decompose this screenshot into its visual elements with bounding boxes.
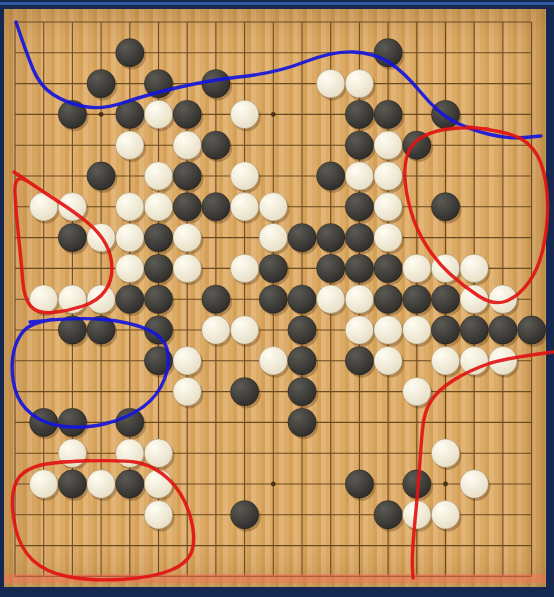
black-stone-c6[interactable] bbox=[58, 408, 86, 436]
white-stone-e11[interactable] bbox=[116, 254, 144, 282]
white-stone-q11[interactable] bbox=[460, 254, 488, 282]
white-stone-m9[interactable] bbox=[345, 316, 373, 344]
white-stone-i9[interactable] bbox=[230, 316, 258, 344]
white-stone-j12[interactable] bbox=[259, 223, 287, 251]
white-stone-n13[interactable] bbox=[374, 193, 402, 221]
hoshi-point bbox=[271, 482, 276, 487]
black-stone-j11[interactable] bbox=[259, 254, 287, 282]
white-stone-e13[interactable] bbox=[116, 193, 144, 221]
hoshi-point bbox=[271, 112, 276, 117]
white-stone-n15[interactable] bbox=[374, 131, 402, 159]
white-stone-o9[interactable] bbox=[403, 316, 431, 344]
black-stone-e18[interactable] bbox=[116, 39, 144, 67]
white-stone-f14[interactable] bbox=[144, 162, 172, 190]
white-stone-m17[interactable] bbox=[345, 69, 373, 97]
black-stone-h13[interactable] bbox=[202, 193, 230, 221]
black-stone-i7[interactable] bbox=[230, 377, 258, 405]
black-stone-j10[interactable] bbox=[259, 285, 287, 313]
black-stone-l14[interactable] bbox=[317, 162, 345, 190]
white-stone-m14[interactable] bbox=[345, 162, 373, 190]
white-stone-o7[interactable] bbox=[403, 377, 431, 405]
black-stone-m15[interactable] bbox=[345, 131, 373, 159]
white-stone-p3[interactable] bbox=[431, 501, 459, 529]
white-stone-g8[interactable] bbox=[173, 347, 201, 375]
black-stone-m11[interactable] bbox=[345, 254, 373, 282]
black-stone-n16[interactable] bbox=[374, 100, 402, 128]
black-stone-e6[interactable] bbox=[116, 408, 144, 436]
black-stone-k10[interactable] bbox=[288, 285, 316, 313]
black-stone-k7[interactable] bbox=[288, 377, 316, 405]
white-stone-n9[interactable] bbox=[374, 316, 402, 344]
white-stone-g7[interactable] bbox=[173, 377, 201, 405]
black-stone-r9[interactable] bbox=[489, 316, 517, 344]
white-stone-i14[interactable] bbox=[230, 162, 258, 190]
black-stone-h15[interactable] bbox=[202, 131, 230, 159]
black-stone-d17[interactable] bbox=[87, 69, 115, 97]
black-stone-p10[interactable] bbox=[431, 285, 459, 313]
white-stone-l17[interactable] bbox=[317, 69, 345, 97]
white-stone-b4[interactable] bbox=[30, 470, 58, 498]
white-stone-i11[interactable] bbox=[230, 254, 258, 282]
hoshi-point bbox=[443, 482, 448, 487]
white-stone-j8[interactable] bbox=[259, 347, 287, 375]
black-stone-d14[interactable] bbox=[87, 162, 115, 190]
black-stone-g16[interactable] bbox=[173, 100, 201, 128]
white-stone-i13[interactable] bbox=[230, 193, 258, 221]
white-stone-g12[interactable] bbox=[173, 223, 201, 251]
black-stone-n10[interactable] bbox=[374, 285, 402, 313]
black-stone-f11[interactable] bbox=[144, 254, 172, 282]
black-stone-e4[interactable] bbox=[116, 470, 144, 498]
white-stone-g11[interactable] bbox=[173, 254, 201, 282]
white-stone-l10[interactable] bbox=[317, 285, 345, 313]
black-stone-p13[interactable] bbox=[431, 193, 459, 221]
black-stone-k12[interactable] bbox=[288, 223, 316, 251]
white-stone-f5[interactable] bbox=[144, 439, 172, 467]
black-stone-g13[interactable] bbox=[173, 193, 201, 221]
black-stone-n3[interactable] bbox=[374, 501, 402, 529]
white-stone-g15[interactable] bbox=[173, 131, 201, 159]
black-stone-o10[interactable] bbox=[403, 285, 431, 313]
black-stone-c12[interactable] bbox=[58, 223, 86, 251]
white-stone-n14[interactable] bbox=[374, 162, 402, 190]
white-stone-m10[interactable] bbox=[345, 285, 373, 313]
white-stone-p8[interactable] bbox=[431, 347, 459, 375]
black-stone-h10[interactable] bbox=[202, 285, 230, 313]
black-stone-m16[interactable] bbox=[345, 100, 373, 128]
black-stone-s9[interactable] bbox=[517, 316, 545, 344]
black-stone-q9[interactable] bbox=[460, 316, 488, 344]
black-stone-p9[interactable] bbox=[431, 316, 459, 344]
black-stone-k9[interactable] bbox=[288, 316, 316, 344]
white-stone-f13[interactable] bbox=[144, 193, 172, 221]
white-stone-f4[interactable] bbox=[144, 470, 172, 498]
black-stone-f10[interactable] bbox=[144, 285, 172, 313]
white-stone-f16[interactable] bbox=[144, 100, 172, 128]
black-stone-l11[interactable] bbox=[317, 254, 345, 282]
black-stone-m12[interactable] bbox=[345, 223, 373, 251]
black-stone-g14[interactable] bbox=[173, 162, 201, 190]
white-stone-p5[interactable] bbox=[431, 439, 459, 467]
white-stone-e15[interactable] bbox=[116, 131, 144, 159]
black-stone-m4[interactable] bbox=[345, 470, 373, 498]
black-stone-f12[interactable] bbox=[144, 223, 172, 251]
black-stone-h17[interactable] bbox=[202, 69, 230, 97]
black-stone-m8[interactable] bbox=[345, 347, 373, 375]
white-stone-d10[interactable] bbox=[87, 285, 115, 313]
white-stone-f3[interactable] bbox=[144, 501, 172, 529]
white-stone-d4[interactable] bbox=[87, 470, 115, 498]
black-stone-c4[interactable] bbox=[58, 470, 86, 498]
white-stone-q4[interactable] bbox=[460, 470, 488, 498]
black-stone-n11[interactable] bbox=[374, 254, 402, 282]
hoshi-point bbox=[99, 112, 104, 117]
screenshot-stage bbox=[0, 0, 554, 597]
white-stone-n12[interactable] bbox=[374, 223, 402, 251]
black-stone-l12[interactable] bbox=[317, 223, 345, 251]
black-stone-i3[interactable] bbox=[230, 501, 258, 529]
go-board[interactable] bbox=[0, 0, 554, 597]
black-stone-k8[interactable] bbox=[288, 347, 316, 375]
black-stone-k6[interactable] bbox=[288, 408, 316, 436]
white-stone-j13[interactable] bbox=[259, 193, 287, 221]
white-stone-e12[interactable] bbox=[116, 223, 144, 251]
white-stone-o11[interactable] bbox=[403, 254, 431, 282]
black-stone-m13[interactable] bbox=[345, 193, 373, 221]
white-stone-i16[interactable] bbox=[230, 100, 258, 128]
black-stone-e10[interactable] bbox=[116, 285, 144, 313]
white-stone-n8[interactable] bbox=[374, 347, 402, 375]
white-stone-h9[interactable] bbox=[202, 316, 230, 344]
